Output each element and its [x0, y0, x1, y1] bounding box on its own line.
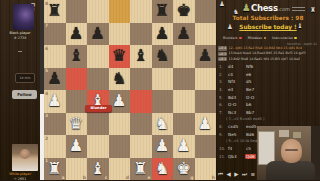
move-number: 4. [219, 87, 227, 92]
black-move[interactable]: Nf6 [245, 64, 254, 69]
square-h8[interactable] [195, 0, 217, 23]
black-k-piece-g8[interactable]: ♚ [173, 0, 195, 23]
square-d6[interactable]: ♛ [109, 45, 131, 68]
square-b7[interactable]: ♟ [66, 23, 88, 46]
square-c3[interactable] [87, 113, 109, 136]
webcam-picture-frame [279, 130, 289, 137]
square-f7[interactable]: ♟ [152, 23, 174, 46]
white-r-piece-e1[interactable]: ♜ [130, 158, 152, 181]
square-a4[interactable]: 4♟ [44, 90, 66, 113]
square-f3[interactable]: ♞ [152, 113, 174, 136]
black-move[interactable]: Bb7 [245, 110, 255, 115]
move-row[interactable]: 7.Nc3Bb7 [219, 109, 269, 117]
square-c7[interactable]: ♟ [87, 23, 109, 46]
square-g8[interactable]: ♚ [173, 0, 195, 23]
square-e4[interactable] [130, 90, 152, 113]
webcam-whiteboard [258, 131, 275, 165]
rank-label: 6 [45, 46, 48, 51]
engine-eval-badge: +0.4 [218, 46, 227, 50]
square-h4[interactable] [195, 90, 217, 113]
white-k-piece-g1[interactable]: ♚ [173, 158, 195, 181]
chesscom-pawn-icon: ♟ [242, 2, 251, 14]
black-move[interactable]: c5 [245, 146, 252, 151]
decorative-piece-icon: ♞ [233, 9, 239, 16]
black-p-piece-h6[interactable]: ♟ [195, 45, 217, 68]
white-p-piece-b2[interactable]: ♟ [66, 135, 88, 158]
white-r-piece-a1[interactable]: ♜ [44, 158, 66, 181]
square-d2[interactable] [109, 135, 131, 158]
square-g3[interactable] [173, 113, 195, 136]
square-g2[interactable]: ♟ [173, 135, 195, 158]
white-move[interactable]: cxd5 [227, 124, 239, 129]
square-h2[interactable] [195, 135, 217, 158]
legend-item: Mistakes [248, 36, 266, 40]
square-d7[interactable] [109, 23, 131, 46]
move-row[interactable]: 6.O-Ob6 [219, 101, 269, 109]
black-n-piece-f6[interactable]: ♞ [152, 45, 174, 68]
webcam-picture-frame [293, 132, 301, 138]
black-p-piece-c7[interactable]: ♟ [87, 23, 109, 46]
file-label: d [126, 175, 129, 180]
square-a8[interactable]: 8♜ [44, 0, 66, 23]
chesscom-logo: ♟ Chess .com [242, 1, 320, 14]
white-p-piece-a4[interactable]: ♟ [44, 90, 66, 113]
white-p-piece-g2[interactable]: ♟ [173, 135, 195, 158]
square-e2[interactable] [130, 135, 152, 158]
square-f2[interactable]: ♟ [152, 135, 174, 158]
engine-eval-badge: +0.3 [218, 52, 227, 56]
black-p-piece-a5[interactable]: ♟ [44, 68, 66, 91]
white-player-avatar [12, 144, 38, 171]
move-number: 1. [219, 64, 227, 69]
decorative-piece-icon: ♝ [297, 23, 303, 30]
square-e5[interactable] [130, 68, 152, 91]
black-move[interactable]: d5 [245, 79, 252, 84]
black-move[interactable]: O-O [245, 95, 255, 100]
logo-subtext [292, 5, 305, 11]
move-number: 2. [219, 72, 227, 77]
move-number: 9. [219, 132, 227, 137]
white-p-piece-f2[interactable]: ♟ [152, 135, 174, 158]
analysis-legend: BlundersMistakesInaccuracies [223, 36, 297, 40]
black-b-piece-e6[interactable]: ♝ [130, 45, 152, 68]
engine-line[interactable]: +0.412...Qd6 13.Re2 Rfe8 14.Bd2 Nb4 15.Q… [218, 46, 319, 51]
square-a5[interactable]: 5♟ [44, 68, 66, 91]
blunder-banner: Blunder [85, 105, 112, 112]
square-g5[interactable] [173, 68, 195, 91]
square-d5[interactable]: ♞ [109, 68, 131, 91]
square-e6[interactable]: ♝ [130, 45, 152, 68]
playback-control-icon-4[interactable]: ≡ [250, 170, 255, 178]
rank-label: 3 [45, 113, 48, 118]
subscriber-count-text: Total Subscribers : 98 [216, 15, 320, 22]
chesscom-logo-text: Chess [251, 2, 278, 14]
left-sidebar: ▦ ≡ Black player ♛ 2738 10 min Follow Wh… [0, 0, 40, 180]
legend-item: Inaccuracies [272, 36, 297, 40]
legend-dot-icon [264, 37, 267, 40]
white-n-piece-f3[interactable]: ♞ [152, 113, 174, 136]
legend-item: Blunders [223, 36, 242, 40]
decorative-piece-icon: ♜ [310, 7, 316, 14]
black-b-piece-b6[interactable]: ♝ [66, 45, 88, 68]
square-h7[interactable] [195, 23, 217, 46]
square-e8[interactable] [130, 0, 152, 23]
chess-board[interactable]: Blunder 8♜♜♚7♟♟♟♟6♝♛♝♞♟5♟♞4♟♝♟3♛♞♟2♟♟♟1a… [44, 0, 216, 180]
legend-dot-icon [239, 37, 242, 40]
playback-toolbar[interactable]: ⏮◀▶⏭≡ [218, 170, 255, 178]
square-b6[interactable]: ♝ [66, 45, 88, 68]
move-row[interactable]: 2.c4e6 [219, 71, 269, 79]
streamer-glasses [285, 149, 298, 151]
square-d3[interactable] [109, 113, 131, 136]
white-move[interactable]: d4 [227, 64, 234, 69]
white-move[interactable]: f4 [227, 146, 233, 151]
white-p-piece-h3[interactable]: ♟ [195, 113, 217, 136]
square-c8[interactable] [87, 0, 109, 23]
square-e7[interactable] [130, 23, 152, 46]
black-p-piece-g7[interactable]: ♟ [173, 23, 195, 46]
decorative-piece-icon: ♟ [227, 24, 233, 31]
streamer-webcam [257, 126, 320, 180]
engine-lines[interactable]: +0.412...Qd6 13.Re2 Rfe8 14.Bd2 Nb4 15.Q… [218, 46, 319, 62]
file-label: b [83, 175, 86, 180]
square-f4[interactable] [152, 90, 174, 113]
white-n-piece-f1[interactable]: ♞ [152, 158, 174, 181]
white-player-name: White player [0, 172, 40, 176]
move-row[interactable]: 5.Bd3O-O [219, 93, 269, 101]
square-a1[interactable]: 1a♜ [44, 158, 66, 181]
square-a3[interactable]: 3 [44, 113, 66, 136]
move-row[interactable]: 4.e3Be7 [219, 86, 269, 94]
white-player-meta: ♔ 2651 [0, 177, 40, 181]
square-f1[interactable]: f♞ [152, 158, 174, 181]
chesscom-logo-suffix: .com [278, 6, 290, 12]
black-move[interactable]: exd5 [245, 124, 257, 129]
square-b4[interactable] [66, 90, 88, 113]
engine-line-moves: 12...Qd6 13.Re2 Rfe8 14.Bd2 Nb4 15.Qd1 B… [229, 46, 303, 51]
playback-control-icon-0[interactable]: ⏮ [218, 170, 223, 178]
square-h6[interactable]: ♟ [195, 45, 217, 68]
black-p-piece-b7[interactable]: ♟ [66, 23, 88, 46]
move-number: 10. [219, 146, 227, 151]
square-e3[interactable] [130, 113, 152, 136]
square-c2[interactable] [87, 135, 109, 158]
square-b2[interactable]: ♟ [66, 135, 88, 158]
file-label: h [212, 175, 215, 180]
square-a2[interactable]: 2 [44, 135, 66, 158]
rank-label: 7 [45, 23, 48, 28]
variation-row[interactable]: ( 7...c5 8.cxd5 exd5 ) [219, 116, 269, 123]
move-row[interactable]: 1.d4Nf6 [219, 63, 269, 71]
move-number: 8. [219, 124, 227, 129]
square-g4[interactable] [173, 90, 195, 113]
white-move[interactable]: Qb3 [227, 154, 238, 159]
black-p-piece-f7[interactable]: ♟ [152, 23, 174, 46]
black-q-piece-d6[interactable]: ♛ [109, 45, 131, 68]
white-move[interactable]: Ne5 [227, 132, 237, 137]
engine-line[interactable]: +0.313.Nxe4 Nxe4 14.Rxe4 Bd5 15.Re1 Bxf3… [218, 51, 319, 56]
divider [18, 51, 22, 52]
square-d8[interactable] [109, 0, 131, 23]
square-b8[interactable] [66, 0, 88, 23]
engine-line-moves: 13.Nxe4 Nxe4 14.Rxe4 Bd5 15.Re1 Bxf3 16.… [229, 51, 306, 56]
streamer-body [266, 161, 315, 180]
black-move[interactable]: Qd6 [245, 154, 256, 159]
engine-line-moves: 13.Bd2 Rfe8 14.Rad1 Nf4 15.Bf1 Qd7 16.Ne… [229, 57, 301, 62]
move-number: 3. [219, 79, 227, 84]
black-move[interactable]: Be7 [245, 87, 255, 92]
playback-control-icon-1[interactable]: ◀ [226, 170, 230, 178]
legend-dot-icon [294, 37, 297, 40]
move-number: 11. [219, 154, 227, 159]
black-move[interactable]: b6 [245, 102, 252, 107]
engine-note: Stockfish · depth 22 [247, 42, 317, 46]
playback-control-icon-2[interactable]: ▶ [234, 170, 238, 178]
square-h1[interactable]: h [195, 158, 217, 181]
square-f8[interactable]: ♜ [152, 0, 174, 23]
square-g6[interactable] [173, 45, 195, 68]
playback-control-icon-3[interactable]: ⏭ [242, 170, 247, 178]
square-a7[interactable]: 7 [44, 23, 66, 46]
white-move[interactable]: Bd3 [227, 95, 237, 100]
square-f5[interactable] [152, 68, 174, 91]
square-g7[interactable]: ♟ [173, 23, 195, 46]
white-move[interactable]: O-O [227, 102, 237, 107]
black-player-meta: ♛ 2738 [0, 36, 40, 40]
square-h3[interactable]: ♟ [195, 113, 217, 136]
black-n-piece-d5[interactable]: ♞ [109, 68, 131, 91]
square-b1[interactable]: b [66, 158, 88, 181]
follow-button[interactable]: Follow [12, 90, 37, 99]
time-control-pill: 10 min [15, 73, 35, 83]
move-row[interactable]: 3.Nf3d5 [219, 78, 269, 86]
black-r-piece-f8[interactable]: ♜ [152, 0, 174, 23]
square-b5[interactable] [66, 68, 88, 91]
square-d1[interactable]: d [109, 158, 131, 181]
black-move[interactable]: e6 [245, 72, 252, 77]
engine-line[interactable]: +0.113.Bd2 Rfe8 14.Rad1 Nf4 15.Bf1 Qd7 1… [218, 57, 319, 62]
square-c5[interactable] [87, 68, 109, 91]
square-e1[interactable]: e♜ [130, 158, 152, 181]
black-player-avatar [13, 4, 34, 30]
square-a6[interactable]: 6 [44, 45, 66, 68]
white-move[interactable]: Nc3 [227, 110, 237, 115]
white-move[interactable]: e3 [227, 87, 234, 92]
square-h5[interactable] [195, 68, 217, 91]
square-c1[interactable]: c♝ [87, 158, 109, 181]
move-number: 5. [219, 95, 227, 100]
square-g1[interactable]: g♚ [173, 158, 195, 181]
black-r-piece-a8[interactable]: ♜ [44, 0, 66, 23]
streamer-face [281, 139, 302, 163]
black-player-name: Black player [0, 31, 40, 35]
white-move[interactable]: c4 [227, 72, 234, 77]
white-move[interactable]: Nf3 [227, 79, 236, 84]
square-c6[interactable] [87, 45, 109, 68]
engine-eval-badge: +0.1 [218, 57, 227, 61]
black-move[interactable]: Bd6 [245, 132, 255, 137]
rank-label: 2 [45, 136, 48, 141]
white-q-piece-b3[interactable]: ♛ [66, 113, 88, 136]
decorative-piece-icon: ♟ [219, 1, 225, 8]
white-b-piece-c1[interactable]: ♝ [87, 158, 109, 181]
square-f6[interactable]: ♞ [152, 45, 174, 68]
square-b3[interactable]: ♛ [66, 113, 88, 136]
move-number: 7. [219, 110, 227, 115]
move-number: 6. [219, 102, 227, 107]
